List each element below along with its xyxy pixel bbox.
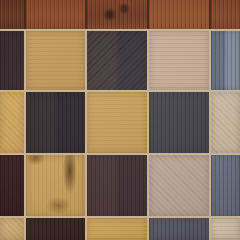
board-square-light [0, 218, 24, 240]
board-square-light [26, 31, 85, 90]
board-square-light [87, 92, 147, 153]
frame-segment [87, 0, 147, 29]
board-square-light [149, 31, 209, 90]
board-square-light [149, 155, 209, 216]
board-square-dark [0, 31, 24, 90]
frame-segment [0, 0, 24, 29]
board-square-dark [211, 155, 240, 216]
board-square-dark [149, 218, 209, 240]
board-square-dark [149, 92, 209, 153]
board-square-light [0, 92, 24, 153]
board-frame-rail [0, 0, 240, 29]
board-square-light [87, 218, 147, 240]
chessboard-grid [0, 29, 240, 240]
board-square-dark [87, 31, 147, 90]
board-square-dark [87, 155, 147, 216]
frame-segment [149, 0, 209, 29]
frame-segment [26, 0, 85, 29]
board-square-dark [0, 155, 24, 216]
board-square-dark [26, 218, 85, 240]
board-square-light [211, 92, 240, 153]
board-square-dark [26, 92, 85, 153]
board-square-dark [211, 31, 240, 90]
board-square-light [26, 155, 85, 216]
wooden-chessboard-photo [0, 0, 240, 240]
board-square-light [211, 218, 240, 240]
frame-segment [211, 0, 240, 29]
